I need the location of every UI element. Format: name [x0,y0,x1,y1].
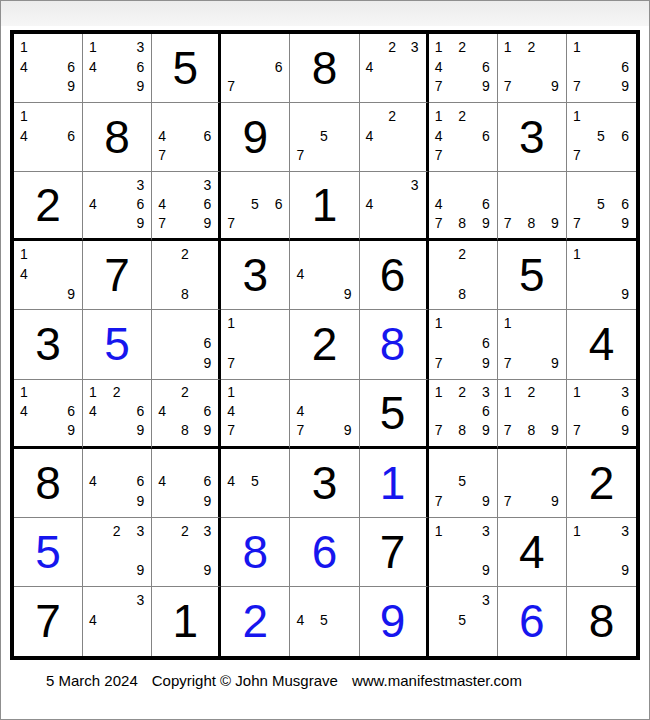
cell-r1c5[interactable]: 8 [290,34,359,103]
cell-r1c3[interactable]: 5 [152,34,221,103]
cell-r1c4[interactable]: 67 [221,34,290,103]
candidate: 1 [20,244,38,264]
candidate: 6 [126,402,144,421]
cell-r8c9[interactable]: 139 [567,518,636,587]
candidate: 6 [194,333,212,353]
candidate: 2 [522,383,540,402]
candidate: 4 [20,402,38,421]
cell-r7c1[interactable]: 8 [14,449,83,518]
cell-r6c4[interactable]: 147 [221,380,290,449]
candidate [592,213,611,232]
candidate [296,630,314,650]
candidate [592,37,611,57]
candidate [610,540,629,560]
cell-r5c2[interactable]: 5 [83,310,152,379]
candidate [38,146,56,166]
candidate [592,560,611,580]
cell-r2c8[interactable]: 3 [498,103,567,172]
candidate [504,194,522,213]
candidate: 1 [435,313,453,333]
candidate [471,106,489,126]
sudoku-board: 1469134695678234124679127916791468467957… [10,30,640,660]
cell-value: 3 [221,241,289,309]
candidate [453,333,471,353]
candidate [126,383,144,402]
candidate [264,37,282,57]
cell-value: 3 [498,103,566,171]
cell-r9c3[interactable]: 1 [152,587,221,656]
candidate: 7 [573,213,592,232]
candidate: 9 [126,491,144,511]
candidate [246,491,264,511]
cell-r9c8[interactable]: 6 [498,587,567,656]
candidate [227,175,245,194]
candidate [522,402,540,421]
candidate: 7 [504,76,522,96]
candidate [264,383,282,402]
candidate: 1 [435,383,453,402]
cell-r6c3[interactable]: 24689 [152,380,221,449]
candidate: 8 [453,284,471,304]
candidate-grid: 139 [567,518,636,586]
cell-r7c8[interactable]: 79 [498,449,567,518]
cell-r4c2[interactable]: 7 [83,241,152,310]
candidate-grid: 67 [221,34,289,102]
candidate [158,106,176,126]
cell-value: 9 [221,103,289,171]
candidate [158,284,176,304]
cell-r4c3[interactable]: 28 [152,241,221,310]
candidate [541,402,559,421]
candidate-grid: 13469 [83,34,151,102]
candidate [246,353,264,373]
cell-r1c9[interactable]: 1679 [567,34,636,103]
candidate: 7 [227,421,245,440]
candidate-grid: 34 [83,587,151,656]
cell-r2c5[interactable]: 57 [290,103,359,172]
cell-r6c8[interactable]: 12789 [498,380,567,449]
candidate: 2 [453,106,471,126]
cell-r2c1[interactable]: 146 [14,103,83,172]
candidate: 2 [383,37,401,57]
candidate [453,175,471,194]
cell-r8c5[interactable]: 6 [290,518,359,587]
cell-r2c3[interactable]: 467 [152,103,221,172]
candidate: 9 [126,421,144,440]
cell-r2c4[interactable]: 9 [221,103,290,172]
candidate: 3 [471,590,489,610]
candidate [401,57,419,77]
cell-r9c2[interactable]: 34 [83,587,152,656]
cell-r1c8[interactable]: 1279 [498,34,567,103]
cell-r2c9[interactable]: 1567 [567,103,636,172]
candidate [383,57,401,77]
candidate [107,630,125,650]
candidate [573,264,592,284]
cell-r5c7[interactable]: 1679 [429,310,498,379]
candidate [107,421,125,440]
candidate: 5 [315,126,333,146]
cell-r3c1[interactable]: 2 [14,172,83,241]
cell-r1c6[interactable]: 234 [360,34,429,103]
candidate [107,37,125,57]
candidate [107,590,125,610]
cell-r4c9[interactable]: 19 [567,241,636,310]
cell-value: 8 [290,34,358,102]
cell-r8c6[interactable]: 7 [360,518,429,587]
candidate [333,630,351,650]
cell-r6c2[interactable]: 12469 [83,380,152,449]
cell-r9c4[interactable]: 2 [221,587,290,656]
cell-r6c5[interactable]: 479 [290,380,359,449]
cell-r3c6[interactable]: 34 [360,172,429,241]
candidate [366,76,384,96]
candidate: 4 [296,610,314,630]
candidate [194,146,212,166]
cell-value: 5 [152,34,218,102]
candidate [38,264,56,284]
candidate [453,57,471,77]
candidate-grid: 24689 [152,380,218,446]
candidate [315,146,333,166]
candidate-grid: 124679 [429,34,497,102]
candidate [57,383,75,402]
candidate [573,57,592,77]
cell-value: 8 [14,449,82,517]
cell-r9c7[interactable]: 35 [429,587,498,656]
candidate [315,284,333,304]
footer-copyright: Copyright © John Musgrave [152,672,338,689]
cell-r9c5[interactable]: 45 [290,587,359,656]
cell-r4c1[interactable]: 149 [14,241,83,310]
candidate [471,264,489,284]
candidate [296,106,314,126]
candidate: 6 [194,402,212,421]
candidate [296,284,314,304]
candidate [366,175,384,194]
cell-r7c9[interactable]: 2 [567,449,636,518]
footer-date: 5 March 2024 [46,672,138,689]
cell-r5c3[interactable]: 69 [152,310,221,379]
candidate: 5 [246,194,264,213]
candidate-grid: 1279 [498,34,566,102]
candidate-grid: 239 [152,518,218,586]
candidate: 3 [126,521,144,541]
candidate [573,402,592,421]
candidate: 3 [610,383,629,402]
candidate: 5 [592,194,611,213]
candidate [176,452,194,472]
candidate [541,194,559,213]
candidate [246,57,264,77]
candidate: 9 [610,421,629,440]
candidate [522,353,540,373]
candidate: 7 [435,353,453,373]
candidate-grid: 35 [429,587,497,656]
cell-r5c5[interactable]: 2 [290,310,359,379]
cell-r7c4[interactable]: 45 [221,449,290,518]
candidate [89,560,107,580]
candidate [264,76,282,96]
cell-r4c8[interactable]: 5 [498,241,567,310]
candidate-grid: 179 [498,310,566,378]
candidate [453,452,471,472]
cell-r6c7[interactable]: 1236789 [429,380,498,449]
cell-r3c5[interactable]: 1 [290,172,359,241]
candidate-grid: 69 [152,310,218,378]
cell-r9c9[interactable]: 8 [567,587,636,656]
candidate: 4 [89,610,107,630]
cell-r8c2[interactable]: 239 [83,518,152,587]
cell-r6c9[interactable]: 13679 [567,380,636,449]
candidate [246,333,264,353]
cell-r7c7[interactable]: 579 [429,449,498,518]
candidate [471,146,489,166]
candidate: 4 [20,57,38,77]
candidate: 7 [227,76,245,96]
candidate [38,106,56,126]
cell-r4c7[interactable]: 28 [429,241,498,310]
cell-r7c6[interactable]: 1 [360,449,429,518]
candidate [610,244,629,264]
candidate: 7 [158,146,176,166]
candidate [264,491,282,511]
cell-r9c6[interactable]: 9 [360,587,429,656]
cell-r3c3[interactable]: 34679 [152,172,221,241]
candidate [333,106,351,126]
candidate [504,333,522,353]
cell-r8c7[interactable]: 139 [429,518,498,587]
candidate [471,471,489,491]
cell-value: 8 [567,587,636,656]
cell-r3c9[interactable]: 5679 [567,172,636,241]
candidate [126,630,144,650]
cell-value: 7 [83,241,151,309]
cell-value: 6 [360,241,426,309]
cell-r5c8[interactable]: 179 [498,310,567,379]
candidate [401,213,419,232]
candidate [610,175,629,194]
candidate [333,402,351,421]
candidate: 4 [435,126,453,146]
candidate [522,491,540,511]
cell-r3c7[interactable]: 46789 [429,172,498,241]
candidate [38,126,56,146]
candidate [227,333,245,353]
candidate [333,244,351,264]
candidate [20,146,38,166]
candidate [592,244,611,264]
candidate: 6 [264,194,282,213]
candidate: 9 [126,560,144,580]
candidate: 7 [296,421,314,440]
candidate [573,284,592,304]
candidate [38,421,56,440]
candidate [504,471,522,491]
candidate: 1 [435,521,453,541]
candidate [435,175,453,194]
candidate [522,57,540,77]
candidate [333,590,351,610]
candidate [401,146,419,166]
cell-r2c6[interactable]: 24 [360,103,429,172]
candidate [194,313,212,333]
candidate: 6 [610,57,629,77]
candidate [246,402,264,421]
candidate [158,313,176,333]
candidate [89,540,107,560]
candidate [38,244,56,264]
candidate: 9 [194,491,212,511]
candidate [158,353,176,373]
cell-r6c6[interactable]: 5 [360,380,429,449]
cell-value: 1 [360,449,426,517]
candidate [610,264,629,284]
candidate [315,421,333,440]
candidate [89,630,107,650]
candidate: 4 [89,471,107,491]
candidate [246,421,264,440]
candidate: 6 [471,333,489,353]
candidate [158,491,176,511]
cell-r4c5[interactable]: 49 [290,241,359,310]
candidate [227,491,245,511]
candidate [246,452,264,472]
candidate [264,175,282,194]
candidate: 9 [610,76,629,96]
candidate [401,194,419,213]
cell-r8c4[interactable]: 8 [221,518,290,587]
candidate [592,175,611,194]
candidate: 2 [107,383,125,402]
candidate [126,610,144,630]
candidate: 7 [504,213,522,232]
candidate [453,630,471,650]
candidate [38,383,56,402]
candidate: 4 [435,57,453,77]
candidate [435,590,453,610]
cell-r6c1[interactable]: 1469 [14,380,83,449]
candidate [264,333,282,353]
cell-r1c7[interactable]: 124679 [429,34,498,103]
candidate [383,126,401,146]
cell-value: 3 [290,449,358,517]
candidate: 9 [333,421,351,440]
cell-r3c8[interactable]: 789 [498,172,567,241]
candidate [435,471,453,491]
cell-r5c1[interactable]: 3 [14,310,83,379]
candidate: 1 [20,37,38,57]
cell-r4c4[interactable]: 3 [221,241,290,310]
candidate [541,313,559,333]
candidate [176,471,194,491]
candidate [264,213,282,232]
cell-r5c6[interactable]: 8 [360,310,429,379]
candidate: 2 [176,383,194,402]
cell-r8c8[interactable]: 4 [498,518,567,587]
candidate: 4 [158,194,176,213]
cell-r9c1[interactable]: 7 [14,587,83,656]
candidate [107,610,125,630]
candidate [38,76,56,96]
candidate [366,106,384,126]
candidate [366,213,384,232]
candidate [541,383,559,402]
cell-r1c1[interactable]: 1469 [14,34,83,103]
candidate [57,106,75,126]
cell-r5c4[interactable]: 17 [221,310,290,379]
candidate [89,452,107,472]
candidate: 4 [227,402,245,421]
candidate: 5 [592,126,611,146]
candidate [176,264,194,284]
candidate [194,383,212,402]
cell-r8c3[interactable]: 239 [152,518,221,587]
cell-r3c4[interactable]: 567 [221,172,290,241]
candidate [315,402,333,421]
cell-r4c6[interactable]: 6 [360,241,429,310]
candidate [107,175,125,194]
candidate: 5 [246,471,264,491]
candidate [315,264,333,284]
cell-r3c2[interactable]: 3469 [83,172,152,241]
candidate-grid: 19 [567,241,636,309]
cell-r1c2[interactable]: 13469 [83,34,152,103]
cell-r7c3[interactable]: 469 [152,449,221,518]
candidate-grid: 28 [152,241,218,309]
candidate: 6 [126,57,144,77]
candidate [107,560,125,580]
candidate-grid: 17 [221,310,289,378]
candidate: 5 [453,610,471,630]
candidate: 9 [57,284,75,304]
cell-r7c2[interactable]: 469 [83,449,152,518]
candidate-grid: 147 [221,380,289,446]
candidate [401,106,419,126]
candidate: 1 [89,37,107,57]
candidate [333,383,351,402]
cell-r8c1[interactable]: 5 [14,518,83,587]
candidate: 1 [20,106,38,126]
candidate: 1 [504,383,522,402]
candidate-grid: 469 [152,449,218,517]
cell-r5c9[interactable]: 4 [567,310,636,379]
candidate [522,313,540,333]
candidate [38,284,56,304]
candidate: 1 [435,106,453,126]
candidate: 4 [366,194,384,213]
cell-r2c7[interactable]: 12467 [429,103,498,172]
candidate: 6 [194,126,212,146]
cell-r7c5[interactable]: 3 [290,449,359,518]
candidate: 7 [435,76,453,96]
candidate: 3 [401,175,419,194]
candidate [471,37,489,57]
candidate [592,57,611,77]
candidate: 5 [453,471,471,491]
candidate: 9 [194,560,212,580]
candidate: 4 [366,126,384,146]
candidate: 1 [89,383,107,402]
candidate: 9 [541,491,559,511]
cell-r2c2[interactable]: 8 [83,103,152,172]
candidate [38,57,56,77]
candidate-grid: 1679 [429,310,497,378]
candidate: 1 [573,106,592,126]
candidate [176,146,194,166]
candidate [453,521,471,541]
candidate: 2 [453,37,471,57]
